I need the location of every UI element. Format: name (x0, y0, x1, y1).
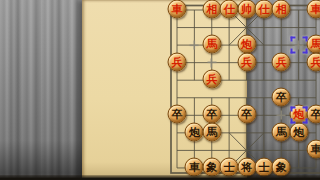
piece-black-pawn[interactable]: 卒 (237, 105, 256, 124)
piece-black-advisor[interactable]: 士 (220, 157, 239, 176)
piece-red-pawn[interactable]: 兵 (168, 52, 187, 71)
piece-red-rook[interactable]: 車 (168, 0, 187, 19)
piece-black-king[interactable]: 将 (237, 157, 256, 176)
piece-red-pawn[interactable]: 兵 (237, 52, 256, 71)
piece-black-rook[interactable]: 車 (307, 140, 320, 159)
piece-red-cannon[interactable]: 炮 (289, 105, 308, 124)
piece-red-rook[interactable]: 車 (307, 0, 320, 19)
piece-black-pawn[interactable]: 卒 (168, 105, 187, 124)
piece-red-pawn[interactable]: 兵 (307, 52, 320, 71)
piece-black-cannon[interactable]: 炮 (185, 122, 204, 141)
pieces-layer: 車相仕帅仕相車馬炮馬兵兵兵兵兵炮卒卒卒卒卒炮馬馬炮車車象士将士象 (82, 0, 247, 180)
piece-red-pawn[interactable]: 兵 (202, 70, 221, 89)
piece-red-pawn[interactable]: 兵 (272, 52, 291, 71)
app-window: 車相仕帅仕相車馬炮馬兵兵兵兵兵炮卒卒卒卒卒炮馬馬炮車車象士将士象 (0, 0, 320, 180)
piece-red-advisor[interactable]: 仕 (220, 0, 239, 19)
piece-red-king[interactable]: 帅 (237, 0, 256, 19)
piece-red-elephant[interactable]: 相 (272, 0, 291, 19)
piece-black-pawn[interactable]: 卒 (307, 105, 320, 124)
piece-red-cannon[interactable]: 炮 (237, 35, 256, 54)
xiangqi-board[interactable]: 車相仕帅仕相車馬炮馬兵兵兵兵兵炮卒卒卒卒卒炮馬馬炮車車象士将士象 (82, 0, 247, 180)
bottom-shadow-bar (0, 175, 320, 180)
piece-black-advisor[interactable]: 士 (254, 157, 273, 176)
piece-red-horse[interactable]: 馬 (307, 35, 320, 54)
piece-red-advisor[interactable]: 仕 (254, 0, 273, 19)
piece-red-horse[interactable]: 馬 (202, 35, 221, 54)
piece-black-rook[interactable]: 車 (185, 157, 204, 176)
piece-black-elephant[interactable]: 象 (202, 157, 221, 176)
piece-black-pawn[interactable]: 卒 (272, 87, 291, 106)
piece-black-cannon[interactable]: 炮 (289, 122, 308, 141)
piece-black-pawn[interactable]: 卒 (202, 105, 221, 124)
piece-black-horse[interactable]: 馬 (202, 122, 221, 141)
piece-red-elephant[interactable]: 相 (202, 0, 221, 19)
piece-black-elephant[interactable]: 象 (272, 157, 291, 176)
piece-black-horse[interactable]: 馬 (272, 122, 291, 141)
